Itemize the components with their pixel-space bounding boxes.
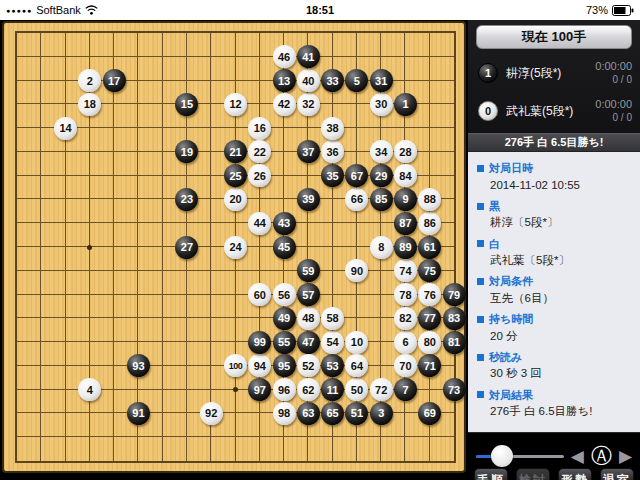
go-board[interactable]: 1234567891011121314151617181920212223242… bbox=[2, 21, 466, 473]
stone-black-3: 3 bbox=[370, 402, 393, 425]
stone-black-45: 45 bbox=[273, 236, 296, 259]
battery-percent-label: 73% bbox=[586, 4, 608, 16]
stone-black-47: 47 bbox=[297, 331, 320, 354]
players-section: 現在 100手 1耕淳(5段*)0:00:000 / 00武礼葉(5段*)0:0… bbox=[468, 20, 640, 133]
info-item: 黒耕淳〔5段*〕 bbox=[477, 198, 631, 232]
stone-black-65: 65 bbox=[321, 402, 344, 425]
stone-black-17: 17 bbox=[103, 69, 126, 92]
stone-black-29: 29 bbox=[370, 164, 393, 187]
stone-white-92: 92 bbox=[200, 402, 223, 425]
current-move-header: 現在 100手 bbox=[476, 25, 632, 49]
stone-white-40: 40 bbox=[297, 69, 320, 92]
star-point bbox=[87, 245, 92, 250]
stone-white-78: 78 bbox=[394, 283, 417, 306]
stone-white-8: 8 bbox=[370, 236, 393, 259]
info-item: 対局条件互先（6目） bbox=[477, 273, 631, 307]
info-value: 30 秒 3 回 bbox=[477, 365, 631, 382]
stone-white-14: 14 bbox=[54, 117, 77, 140]
stone-white-18: 18 bbox=[78, 93, 101, 116]
stone-white-20: 20 bbox=[224, 188, 247, 211]
stone-white-42: 42 bbox=[273, 93, 296, 116]
info-label: 持ち時間 bbox=[477, 311, 631, 328]
info-label: 対局条件 bbox=[477, 273, 631, 290]
next-move-button[interactable]: ▶ bbox=[619, 448, 632, 465]
auto-play-button[interactable]: Ⓐ bbox=[591, 446, 612, 467]
info-value: 武礼葉〔5段*〕 bbox=[477, 252, 631, 269]
prev-move-button[interactable]: ◀ bbox=[571, 448, 584, 465]
signal-strength-icon: ●●●●● bbox=[6, 7, 32, 14]
stone-black-89: 89 bbox=[394, 236, 417, 259]
stone-white-34: 34 bbox=[370, 140, 393, 163]
bullet-icon bbox=[477, 391, 484, 398]
info-value: 耕淳〔5段*〕 bbox=[477, 214, 631, 231]
player-row-black: 1耕淳(5段*)0:00:000 / 0 bbox=[478, 60, 632, 86]
stone-black-59: 59 bbox=[297, 259, 320, 282]
wifi-icon bbox=[85, 5, 98, 15]
stone-white-6: 6 bbox=[394, 331, 417, 354]
info-label: 白 bbox=[477, 236, 631, 253]
carrier-label: SoftBank bbox=[36, 4, 81, 16]
info-item: 白武礼葉〔5段*〕 bbox=[477, 236, 631, 270]
action-button-退室[interactable]: 退室 bbox=[600, 468, 634, 480]
action-button-検討: 検討 bbox=[516, 468, 550, 480]
stone-white-62: 62 bbox=[297, 378, 320, 401]
info-item: 持ち時間20 分 bbox=[477, 311, 631, 345]
stone-black-9: 9 bbox=[394, 188, 417, 211]
stone-black-95: 95 bbox=[273, 354, 296, 377]
player-name: 耕淳(5段*) bbox=[506, 65, 587, 82]
stone-white-56: 56 bbox=[273, 283, 296, 306]
stone-black-55: 55 bbox=[273, 331, 296, 354]
info-value: 20 分 bbox=[477, 328, 631, 345]
stone-black-7: 7 bbox=[394, 378, 417, 401]
stone-black-91: 91 bbox=[127, 402, 150, 425]
stone-white-44: 44 bbox=[248, 212, 271, 235]
info-item: 対局結果276手 白 6.5目勝ち! bbox=[477, 387, 631, 421]
stone-white-24: 24 bbox=[224, 236, 247, 259]
stone-white-30: 30 bbox=[370, 93, 393, 116]
slider-knob[interactable] bbox=[491, 445, 513, 467]
info-value: 2014-11-02 10:55 bbox=[477, 177, 631, 194]
action-button-形勢[interactable]: 形勢 bbox=[558, 468, 592, 480]
stone-black-73: 73 bbox=[443, 378, 466, 401]
stone-black-63: 63 bbox=[297, 402, 320, 425]
stone-black-13: 13 bbox=[273, 69, 296, 92]
status-bar: ●●●●● SoftBank 18:51 73% bbox=[0, 0, 640, 20]
stone-white-12: 12 bbox=[224, 93, 247, 116]
stone-black-99: 99 bbox=[248, 331, 271, 354]
player-row-white: 0武礼葉(5段*)0:00:000 / 0 bbox=[478, 98, 632, 124]
info-label: 対局日時 bbox=[477, 160, 631, 177]
stone-black-39: 39 bbox=[297, 188, 320, 211]
battery-icon bbox=[612, 5, 634, 16]
stone-black-1: 1 bbox=[394, 93, 417, 116]
replay-controls: ◀ Ⓐ ▶ 手順検討形勢退室 bbox=[468, 432, 640, 480]
stone-white-72: 72 bbox=[370, 378, 393, 401]
stone-black-27: 27 bbox=[175, 236, 198, 259]
stone-white-58: 58 bbox=[321, 307, 344, 330]
white-stone-badge: 0 bbox=[478, 101, 498, 121]
stone-black-43: 43 bbox=[273, 212, 296, 235]
info-value: 276手 白 6.5目勝ち! bbox=[477, 403, 631, 420]
stone-white-84: 84 bbox=[394, 164, 417, 187]
stone-white-46: 46 bbox=[273, 45, 296, 68]
action-button-手順[interactable]: 手順 bbox=[474, 468, 508, 480]
stone-black-85: 85 bbox=[370, 188, 393, 211]
info-value: 互先（6目） bbox=[477, 290, 631, 307]
info-label: 黒 bbox=[477, 198, 631, 215]
bullet-icon bbox=[477, 203, 484, 210]
stone-black-57: 57 bbox=[297, 283, 320, 306]
result-banner: 276手 白 6.5目勝ち! bbox=[468, 133, 640, 152]
move-slider[interactable] bbox=[476, 443, 564, 469]
app-screen: ●●●●● SoftBank 18:51 73% 123456789101112… bbox=[0, 0, 640, 480]
stone-white-38: 38 bbox=[321, 117, 344, 140]
player-name: 武礼葉(5段*) bbox=[506, 103, 587, 120]
stone-white-96: 96 bbox=[273, 378, 296, 401]
info-label: 秒読み bbox=[477, 349, 631, 366]
bullet-icon bbox=[477, 165, 484, 172]
stone-white-16: 16 bbox=[248, 117, 271, 140]
game-side-panel: 現在 100手 1耕淳(5段*)0:00:000 / 00武礼葉(5段*)0:0… bbox=[468, 20, 640, 480]
stone-white-32: 32 bbox=[297, 93, 320, 116]
stone-white-98: 98 bbox=[273, 402, 296, 425]
stone-black-41: 41 bbox=[297, 45, 320, 68]
stone-black-49: 49 bbox=[273, 307, 296, 330]
info-label: 対局結果 bbox=[477, 387, 631, 404]
stone-black-61: 61 bbox=[418, 236, 441, 259]
stone-black-77: 77 bbox=[418, 307, 441, 330]
info-item: 対局日時2014-11-02 10:55 bbox=[477, 160, 631, 194]
bullet-icon bbox=[477, 354, 484, 361]
stone-black-87: 87 bbox=[394, 212, 417, 235]
player-time: 0:00:000 / 0 bbox=[595, 60, 632, 86]
game-info-list: 対局日時2014-11-02 10:55黒耕淳〔5段*〕白武礼葉〔5段*〕対局条… bbox=[468, 152, 640, 432]
player-time: 0:00:000 / 0 bbox=[595, 98, 632, 124]
info-item: 秒読み30 秒 3 回 bbox=[477, 349, 631, 383]
stone-white-48: 48 bbox=[297, 307, 320, 330]
stone-white-86: 86 bbox=[418, 212, 441, 235]
stone-white-82: 82 bbox=[394, 307, 417, 330]
stone-black-83: 83 bbox=[443, 307, 466, 330]
stone-black-79: 79 bbox=[443, 283, 466, 306]
black-stone-badge: 1 bbox=[478, 63, 498, 83]
stone-white-54: 54 bbox=[321, 331, 344, 354]
stone-black-31: 31 bbox=[370, 69, 393, 92]
bullet-icon bbox=[477, 240, 484, 247]
stone-white-80: 80 bbox=[418, 331, 441, 354]
stone-black-81: 81 bbox=[443, 331, 466, 354]
stone-white-10: 10 bbox=[345, 331, 368, 354]
bullet-icon bbox=[477, 278, 484, 285]
bullet-icon bbox=[477, 316, 484, 323]
